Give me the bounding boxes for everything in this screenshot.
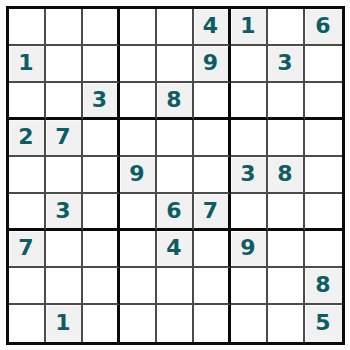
- cell-r6c9[interactable]: [305, 194, 342, 231]
- cell-r1c8[interactable]: [268, 9, 305, 46]
- cell-r6c2: 3: [46, 194, 83, 231]
- cell-r5c7: 3: [231, 157, 268, 194]
- cell-r4c6[interactable]: [194, 120, 231, 157]
- cell-r1c4[interactable]: [120, 9, 157, 46]
- cell-r5c5[interactable]: [157, 157, 194, 194]
- cell-r4c9[interactable]: [305, 120, 342, 157]
- cell-r2c2[interactable]: [46, 46, 83, 83]
- cell-r8c6[interactable]: [194, 268, 231, 305]
- cell-r2c9[interactable]: [305, 46, 342, 83]
- cell-r3c7[interactable]: [231, 83, 268, 120]
- cell-r6c4[interactable]: [120, 194, 157, 231]
- cell-r3c4[interactable]: [120, 83, 157, 120]
- cell-r4c2: 7: [46, 120, 83, 157]
- cell-r1c9: 6: [305, 9, 342, 46]
- cell-r8c4[interactable]: [120, 268, 157, 305]
- cell-r9c5[interactable]: [157, 305, 194, 342]
- cell-r2c5[interactable]: [157, 46, 194, 83]
- cell-r1c5[interactable]: [157, 9, 194, 46]
- cell-r2c4[interactable]: [120, 46, 157, 83]
- cell-r5c9[interactable]: [305, 157, 342, 194]
- cell-r9c6[interactable]: [194, 305, 231, 342]
- cell-r1c6: 4: [194, 9, 231, 46]
- cell-r6c6: 7: [194, 194, 231, 231]
- cell-r2c8: 3: [268, 46, 305, 83]
- cell-r4c3[interactable]: [83, 120, 120, 157]
- cell-r4c8[interactable]: [268, 120, 305, 157]
- cell-r6c1[interactable]: [9, 194, 46, 231]
- cell-r9c9: 5: [305, 305, 342, 342]
- cell-r9c3[interactable]: [83, 305, 120, 342]
- cell-r6c7[interactable]: [231, 194, 268, 231]
- cell-r2c7[interactable]: [231, 46, 268, 83]
- cell-r7c6[interactable]: [194, 231, 231, 268]
- cell-r4c4[interactable]: [120, 120, 157, 157]
- cell-r4c1: 2: [9, 120, 46, 157]
- cell-r5c1[interactable]: [9, 157, 46, 194]
- cell-r5c3[interactable]: [83, 157, 120, 194]
- cell-r9c4[interactable]: [120, 305, 157, 342]
- cell-r5c6[interactable]: [194, 157, 231, 194]
- cell-r3c9[interactable]: [305, 83, 342, 120]
- cell-r1c7: 1: [231, 9, 268, 46]
- cell-r8c5[interactable]: [157, 268, 194, 305]
- cell-r5c2[interactable]: [46, 157, 83, 194]
- cell-r7c4[interactable]: [120, 231, 157, 268]
- cell-r7c3[interactable]: [83, 231, 120, 268]
- cell-r3c8[interactable]: [268, 83, 305, 120]
- cell-r1c1[interactable]: [9, 9, 46, 46]
- cell-r3c2[interactable]: [46, 83, 83, 120]
- cell-r8c8[interactable]: [268, 268, 305, 305]
- cell-r6c8[interactable]: [268, 194, 305, 231]
- cell-r1c2[interactable]: [46, 9, 83, 46]
- cell-r7c8[interactable]: [268, 231, 305, 268]
- cell-r4c7[interactable]: [231, 120, 268, 157]
- cell-r5c4: 9: [120, 157, 157, 194]
- cell-r7c7: 9: [231, 231, 268, 268]
- cell-r8c2[interactable]: [46, 268, 83, 305]
- sudoku-page: 4161933827938367749815: [0, 0, 350, 350]
- cell-r2c6: 9: [194, 46, 231, 83]
- cell-r9c8[interactable]: [268, 305, 305, 342]
- cell-r8c3[interactable]: [83, 268, 120, 305]
- cell-r1c3[interactable]: [83, 9, 120, 46]
- cell-r3c3: 3: [83, 83, 120, 120]
- cell-r8c1[interactable]: [9, 268, 46, 305]
- cell-r7c1: 7: [9, 231, 46, 268]
- cell-r2c1: 1: [9, 46, 46, 83]
- cell-r7c2[interactable]: [46, 231, 83, 268]
- cell-r2c3[interactable]: [83, 46, 120, 83]
- cell-r7c5: 4: [157, 231, 194, 268]
- cell-r9c7[interactable]: [231, 305, 268, 342]
- cell-r3c1[interactable]: [9, 83, 46, 120]
- cell-r8c7[interactable]: [231, 268, 268, 305]
- cell-r8c9: 8: [305, 268, 342, 305]
- cell-r9c1[interactable]: [9, 305, 46, 342]
- cell-r3c6[interactable]: [194, 83, 231, 120]
- cell-r5c8: 8: [268, 157, 305, 194]
- cell-r7c9[interactable]: [305, 231, 342, 268]
- cell-r9c2: 1: [46, 305, 83, 342]
- cell-r4c5[interactable]: [157, 120, 194, 157]
- cell-r6c5: 6: [157, 194, 194, 231]
- cell-r3c5: 8: [157, 83, 194, 120]
- cell-r6c3[interactable]: [83, 194, 120, 231]
- sudoku-board: 4161933827938367749815: [6, 6, 345, 345]
